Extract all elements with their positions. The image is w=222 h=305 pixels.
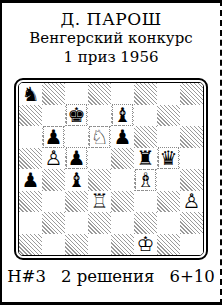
square-d5 — [88, 148, 111, 170]
square-c5: ♟ — [65, 148, 88, 170]
square-d6: ♘ — [88, 126, 111, 148]
square-b8 — [42, 83, 65, 105]
square-h3: ♙ — [180, 191, 203, 213]
square-h7 — [180, 105, 203, 127]
chess-board-wrap: ♞♚♝♟♘♟♙♟♜♛♟♝♗♖♙♔ — [14, 78, 208, 260]
square-h2 — [180, 212, 203, 234]
black-piece-q-g5: ♛ — [159, 148, 178, 168]
square-b3 — [42, 191, 65, 213]
black-piece-p-b6: ♟ — [44, 127, 63, 147]
square-f2 — [134, 212, 157, 234]
square-f5: ♜ — [134, 148, 157, 170]
square-g3 — [157, 191, 180, 213]
square-g6 — [157, 126, 180, 148]
square-d7 — [88, 105, 111, 127]
square-a4: ♟ — [19, 169, 42, 191]
tournament-name: Венгерский конкурс — [2, 29, 220, 48]
square-g2 — [157, 212, 180, 234]
problem-header: Д. ПАРОШ Венгерский конкурс 1 приз 1956 — [2, 3, 220, 67]
square-h6 — [180, 126, 203, 148]
square-f1: ♔ — [134, 234, 157, 256]
square-c8 — [65, 83, 88, 105]
square-d2 — [88, 212, 111, 234]
square-g7 — [157, 105, 180, 127]
square-a2 — [19, 212, 42, 234]
board-frame: ♞♚♝♟♘♟♙♟♜♛♟♝♗♖♙♔ — [14, 78, 208, 260]
square-e7: ♝ — [111, 105, 134, 127]
black-piece-b-e7: ♝ — [113, 105, 132, 125]
square-c7: ♚ — [65, 105, 88, 127]
white-piece-k-f1: ♔ — [136, 234, 155, 254]
scanned-diagram-page: Д. ПАРОШ Венгерский конкурс 1 приз 1956 … — [0, 0, 222, 305]
square-a8: ♞ — [19, 83, 42, 105]
black-piece-r-f5: ♜ — [136, 148, 155, 168]
square-e5 — [111, 148, 134, 170]
square-b2 — [42, 212, 65, 234]
square-h4 — [180, 169, 203, 191]
square-b7 — [42, 105, 65, 127]
square-c4: ♝ — [65, 169, 88, 191]
black-piece-p-a4: ♟ — [21, 170, 40, 190]
prize-year: 1 приз 1956 — [2, 48, 220, 67]
black-piece-p-c5: ♟ — [67, 148, 86, 168]
square-b5: ♙ — [42, 148, 65, 170]
square-f4: ♗ — [134, 169, 157, 191]
stipulation: H#3 — [7, 267, 46, 286]
black-piece-p-e6: ♟ — [113, 127, 132, 147]
square-e2 — [111, 212, 134, 234]
square-h5 — [180, 148, 203, 170]
material-count: 6+10 — [169, 267, 214, 286]
square-c2 — [65, 212, 88, 234]
square-b6: ♟ — [42, 126, 65, 148]
square-f8 — [134, 83, 157, 105]
square-e1 — [111, 234, 134, 256]
square-d8 — [88, 83, 111, 105]
square-d4 — [88, 169, 111, 191]
board-border: ♞♚♝♟♘♟♙♟♜♛♟♝♗♖♙♔ — [18, 82, 204, 256]
black-piece-k-c7: ♚ — [67, 105, 86, 125]
black-piece-n-a8: ♞ — [21, 84, 40, 104]
square-g5: ♛ — [157, 148, 180, 170]
square-c6 — [65, 126, 88, 148]
square-g1 — [157, 234, 180, 256]
square-f3 — [134, 191, 157, 213]
square-e6: ♟ — [111, 126, 134, 148]
white-piece-p-h3: ♙ — [182, 191, 201, 211]
author-name: Д. ПАРОШ — [2, 10, 220, 29]
square-a3 — [19, 191, 42, 213]
black-piece-b-c4: ♝ — [67, 170, 86, 190]
chess-board: ♞♚♝♟♘♟♙♟♜♛♟♝♗♖♙♔ — [19, 83, 203, 255]
square-b4 — [42, 169, 65, 191]
square-a5 — [19, 148, 42, 170]
square-f7 — [134, 105, 157, 127]
white-piece-p-b5: ♙ — [44, 148, 63, 168]
square-c3 — [65, 191, 88, 213]
square-b1 — [42, 234, 65, 256]
square-a6 — [19, 126, 42, 148]
stipulation-line: H#3 2 решения 6+10 — [2, 267, 220, 286]
square-e4 — [111, 169, 134, 191]
square-f6 — [134, 126, 157, 148]
square-d3: ♖ — [88, 191, 111, 213]
square-a1 — [19, 234, 42, 256]
square-d1 — [88, 234, 111, 256]
square-e8 — [111, 83, 134, 105]
white-piece-b-f4: ♗ — [136, 170, 155, 190]
square-g8 — [157, 83, 180, 105]
white-piece-n-d6: ♘ — [90, 127, 109, 147]
square-e3 — [111, 191, 134, 213]
square-h1 — [180, 234, 203, 256]
square-g4 — [157, 169, 180, 191]
solutions-count: 2 решения — [61, 267, 155, 286]
square-c1 — [65, 234, 88, 256]
square-a7 — [19, 105, 42, 127]
white-piece-r-d3: ♖ — [90, 191, 109, 211]
square-h8 — [180, 83, 203, 105]
